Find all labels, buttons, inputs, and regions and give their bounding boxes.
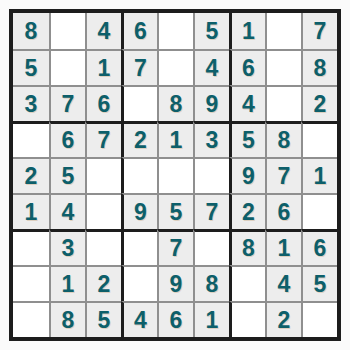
sudoku-cell-r5c1: 2 <box>13 157 49 193</box>
sudoku-cell-r7c9: 6 <box>301 229 337 265</box>
sudoku-cell-r1c1: 8 <box>13 13 49 49</box>
sudoku-cell-r1c5[interactable] <box>157 13 193 49</box>
sudoku-cell-r7c3[interactable] <box>85 229 121 265</box>
sudoku-cell-r6c4: 9 <box>121 193 157 229</box>
sudoku-cell-r1c4: 6 <box>121 13 157 49</box>
sudoku-cell-r3c2: 7 <box>49 85 85 121</box>
sudoku-cell-r9c6: 1 <box>193 301 229 337</box>
sudoku-cell-r8c7[interactable] <box>229 265 265 301</box>
sudoku-cell-r1c9: 7 <box>301 13 337 49</box>
sudoku-cell-r3c6: 9 <box>193 85 229 121</box>
sudoku-cell-r8c1[interactable] <box>13 265 49 301</box>
sudoku-cell-r6c9[interactable] <box>301 193 337 229</box>
sudoku-cell-r9c3: 5 <box>85 301 121 337</box>
sudoku-cell-r8c3: 2 <box>85 265 121 301</box>
sudoku-cell-r3c5: 8 <box>157 85 193 121</box>
sudoku-cell-r4c1[interactable] <box>13 121 49 157</box>
sudoku-cell-r9c9[interactable] <box>301 301 337 337</box>
sudoku-cell-r5c9: 1 <box>301 157 337 193</box>
sudoku-cell-r4c2: 6 <box>49 121 85 157</box>
sudoku-cell-r4c6: 3 <box>193 121 229 157</box>
sudoku-cell-r8c4[interactable] <box>121 265 157 301</box>
sudoku-cell-r1c2[interactable] <box>49 13 85 49</box>
sudoku-cell-r3c9: 2 <box>301 85 337 121</box>
sudoku-cell-r5c7: 9 <box>229 157 265 193</box>
sudoku-cell-r5c4[interactable] <box>121 157 157 193</box>
sudoku-cell-r5c5[interactable] <box>157 157 193 193</box>
sudoku-cell-r6c7: 2 <box>229 193 265 229</box>
sudoku-cell-r7c6[interactable] <box>193 229 229 265</box>
sudoku-cell-r3c3: 6 <box>85 85 121 121</box>
sudoku-board: 8465175174683768942672135825971149572637… <box>9 9 341 341</box>
sudoku-cell-r2c3: 1 <box>85 49 121 85</box>
sudoku-cell-r4c9[interactable] <box>301 121 337 157</box>
sudoku-cell-r5c2: 5 <box>49 157 85 193</box>
sudoku-cell-r5c6[interactable] <box>193 157 229 193</box>
sudoku-cell-r8c2: 1 <box>49 265 85 301</box>
sudoku-cell-r7c2: 3 <box>49 229 85 265</box>
sudoku-cell-r2c9: 8 <box>301 49 337 85</box>
sudoku-cell-r8c8: 4 <box>265 265 301 301</box>
sudoku-cell-r9c8: 2 <box>265 301 301 337</box>
sudoku-cell-r8c6: 8 <box>193 265 229 301</box>
sudoku-cell-r6c5: 5 <box>157 193 193 229</box>
sudoku-cell-r8c9: 5 <box>301 265 337 301</box>
sudoku-cell-r4c7: 5 <box>229 121 265 157</box>
sudoku-cell-r4c8: 8 <box>265 121 301 157</box>
sudoku-cell-r2c5[interactable] <box>157 49 193 85</box>
sudoku-cell-r9c5: 6 <box>157 301 193 337</box>
sudoku-cell-r4c4: 2 <box>121 121 157 157</box>
sudoku-cell-r3c4[interactable] <box>121 85 157 121</box>
sudoku-cell-r6c8: 6 <box>265 193 301 229</box>
sudoku-cell-r5c8: 7 <box>265 157 301 193</box>
sudoku-cell-r4c5: 1 <box>157 121 193 157</box>
sudoku-cell-r5c3[interactable] <box>85 157 121 193</box>
sudoku-cell-r7c5: 7 <box>157 229 193 265</box>
sudoku-cell-r1c8[interactable] <box>265 13 301 49</box>
sudoku-cell-r7c1[interactable] <box>13 229 49 265</box>
sudoku-cell-r3c7: 4 <box>229 85 265 121</box>
sudoku-cell-r3c8[interactable] <box>265 85 301 121</box>
sudoku-cell-r7c8: 1 <box>265 229 301 265</box>
sudoku-cell-r2c7: 6 <box>229 49 265 85</box>
sudoku-cell-r9c4: 4 <box>121 301 157 337</box>
sudoku-cell-r2c1: 5 <box>13 49 49 85</box>
sudoku-cell-r2c4: 7 <box>121 49 157 85</box>
sudoku-cell-r1c6: 5 <box>193 13 229 49</box>
sudoku-cell-r6c6: 7 <box>193 193 229 229</box>
sudoku-cell-r7c7: 8 <box>229 229 265 265</box>
sudoku-cell-r8c5: 9 <box>157 265 193 301</box>
sudoku-cell-r9c1[interactable] <box>13 301 49 337</box>
sudoku-cell-r7c4[interactable] <box>121 229 157 265</box>
page: 8465175174683768942672135825971149572637… <box>0 0 350 350</box>
sudoku-cell-r4c3: 7 <box>85 121 121 157</box>
sudoku-cell-r2c8[interactable] <box>265 49 301 85</box>
sudoku-cell-r9c2: 8 <box>49 301 85 337</box>
sudoku-cell-r6c3[interactable] <box>85 193 121 229</box>
sudoku-cell-r1c3: 4 <box>85 13 121 49</box>
sudoku-cell-r3c1: 3 <box>13 85 49 121</box>
sudoku-cell-r2c6: 4 <box>193 49 229 85</box>
sudoku-cell-r2c2[interactable] <box>49 49 85 85</box>
sudoku-cell-r6c1: 1 <box>13 193 49 229</box>
sudoku-cell-r1c7: 1 <box>229 13 265 49</box>
sudoku-cell-r9c7[interactable] <box>229 301 265 337</box>
sudoku-cell-r6c2: 4 <box>49 193 85 229</box>
